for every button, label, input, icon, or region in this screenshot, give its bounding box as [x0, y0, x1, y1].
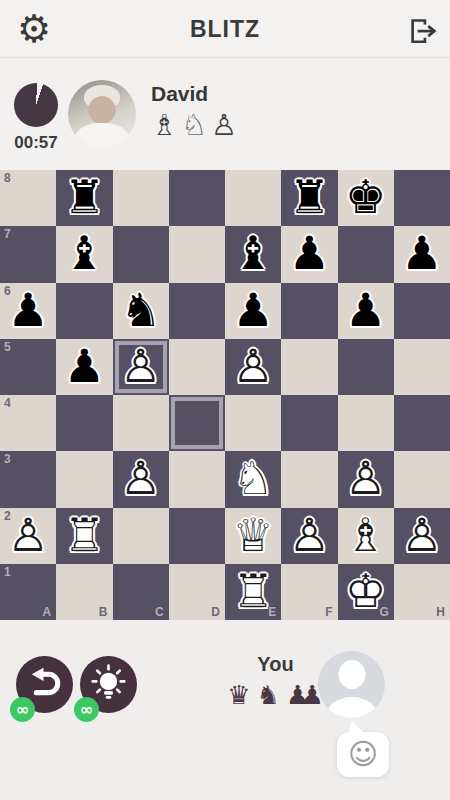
square-b3[interactable] [56, 451, 112, 507]
square-d7[interactable] [169, 226, 225, 282]
square-a5[interactable]: 5 [0, 339, 56, 395]
square-c3[interactable]: ♟♙ [113, 451, 169, 507]
page-title: BLITZ [0, 0, 450, 58]
opponent-clock-block: 00:57 [11, 83, 61, 153]
black-bishop-piece: ♝ [56, 226, 112, 282]
black-bishop-piece: ♝ [225, 226, 281, 282]
square-g4[interactable] [338, 395, 394, 451]
square-f5[interactable] [281, 339, 337, 395]
square-e2[interactable]: ♛♕ [225, 508, 281, 564]
black-pawn-piece: ♟ [281, 226, 337, 282]
square-e5[interactable]: ♟♙ [225, 339, 281, 395]
white-pawn-piece: ♟♙ [225, 339, 281, 395]
square-h8[interactable] [394, 170, 450, 226]
player-captured-pieces: ♛♞♟♟ [218, 682, 333, 708]
square-b2[interactable]: ♜♖ [56, 508, 112, 564]
file-label: C [155, 605, 164, 619]
square-b6[interactable] [56, 283, 112, 339]
square-e4[interactable] [225, 395, 281, 451]
timer-icon [14, 83, 58, 127]
rank-label: 7 [4, 227, 11, 241]
square-h2[interactable]: ♟♙ [394, 508, 450, 564]
chess-board[interactable]: 8♜♜♚7♝♝♟♟6♟♞♟♟5♟♟♙♟♙43♟♙♞♘♟♙2♟♙♜♖♛♕♟♙♝♗♟… [0, 170, 450, 620]
rank-label: 4 [4, 396, 11, 410]
square-c2[interactable] [113, 508, 169, 564]
square-b7[interactable]: ♝ [56, 226, 112, 282]
square-g2[interactable]: ♝♗ [338, 508, 394, 564]
square-g5[interactable] [338, 339, 394, 395]
square-h6[interactable] [394, 283, 450, 339]
square-g3[interactable]: ♟♙ [338, 451, 394, 507]
square-d2[interactable] [169, 508, 225, 564]
undo-infinite-badge: ∞ [10, 697, 35, 722]
square-f6[interactable] [281, 283, 337, 339]
square-f4[interactable] [281, 395, 337, 451]
black-pawn-piece: ♟ [338, 283, 394, 339]
square-c8[interactable] [113, 170, 169, 226]
file-label: A [43, 605, 52, 619]
white-rook-piece: ♜♖ [56, 508, 112, 564]
square-d1[interactable]: D [169, 564, 225, 620]
black-rook-piece: ♜ [56, 170, 112, 226]
white-pawn-piece: ♟♙ [113, 339, 169, 395]
opponent-panel: 00:57 David ♗♘♙ [0, 58, 450, 170]
file-label: H [436, 605, 445, 619]
hint-button[interactable]: ∞ [80, 656, 137, 713]
white-pawn-piece: ♟♙ [394, 508, 450, 564]
file-label: E [268, 605, 276, 619]
square-h5[interactable] [394, 339, 450, 395]
square-c1[interactable]: C [113, 564, 169, 620]
square-a7[interactable]: 7 [0, 226, 56, 282]
square-a3[interactable]: 3 [0, 451, 56, 507]
file-label: B [99, 605, 108, 619]
square-c6[interactable]: ♞ [113, 283, 169, 339]
opponent-name: David [151, 82, 241, 106]
avatar-photo-detail [89, 96, 116, 124]
square-d4[interactable] [169, 395, 225, 451]
rank-label: 2 [4, 509, 11, 523]
square-b1[interactable]: B [56, 564, 112, 620]
player-block: You ♛♞♟♟ [218, 653, 333, 708]
rank-label: 6 [4, 284, 11, 298]
file-label: F [325, 605, 332, 619]
captured-queen: ♛ [227, 680, 250, 710]
white-queen-piece: ♛♕ [225, 508, 281, 564]
opponent-avatar [68, 80, 136, 148]
square-f8[interactable]: ♜ [281, 170, 337, 226]
square-d8[interactable] [169, 170, 225, 226]
rank-label: 1 [4, 565, 11, 579]
square-e3[interactable]: ♞♘ [225, 451, 281, 507]
black-pawn-piece: ♟ [56, 339, 112, 395]
square-b4[interactable] [56, 395, 112, 451]
player-avatar [318, 651, 385, 718]
opponent-info: David ♗♘♙ [151, 82, 241, 140]
white-pawn-piece: ♟♙ [281, 508, 337, 564]
white-knight-piece: ♞♘ [225, 451, 281, 507]
avatar-silhouette [326, 697, 378, 718]
rank-label: 8 [4, 171, 11, 185]
chat-emoji-button[interactable]: ☺ [337, 732, 389, 777]
black-pawn-piece: ♟ [394, 226, 450, 282]
file-label: G [379, 605, 388, 619]
white-pawn-piece: ♟♙ [338, 451, 394, 507]
square-d6[interactable] [169, 283, 225, 339]
square-e8[interactable] [225, 170, 281, 226]
square-g8[interactable]: ♚ [338, 170, 394, 226]
square-b8[interactable]: ♜ [56, 170, 112, 226]
player-label: You [218, 653, 333, 676]
square-a1[interactable]: 1A [0, 564, 56, 620]
square-a2[interactable]: 2♟♙ [0, 508, 56, 564]
square-a4[interactable]: 4 [0, 395, 56, 451]
smiley-icon: ☺ [348, 737, 378, 771]
hint-infinite-badge: ∞ [74, 697, 99, 722]
undo-button[interactable]: ∞ [16, 656, 73, 713]
square-a6[interactable]: 6♟ [0, 283, 56, 339]
white-pawn-piece: ♟♙ [113, 451, 169, 507]
white-bishop-piece: ♝♗ [338, 508, 394, 564]
square-a8[interactable]: 8 [0, 170, 56, 226]
square-h7[interactable]: ♟ [394, 226, 450, 282]
opponent-clock: 00:57 [11, 133, 61, 153]
top-bar: ⚙ BLITZ [0, 0, 450, 58]
square-g1[interactable]: G♚♔ [338, 564, 394, 620]
black-rook-piece: ♜ [281, 170, 337, 226]
black-knight-piece: ♞ [113, 283, 169, 339]
square-f1[interactable]: F [281, 564, 337, 620]
opponent-captured-pieces: ♗♘♙ [151, 111, 241, 140]
square-d3[interactable] [169, 451, 225, 507]
square-e7[interactable]: ♝ [225, 226, 281, 282]
square-h3[interactable] [394, 451, 450, 507]
black-king-piece: ♚ [338, 170, 394, 226]
square-g7[interactable] [338, 226, 394, 282]
square-h4[interactable] [394, 395, 450, 451]
captured-knight: ♞ [257, 680, 280, 710]
square-h1[interactable]: H [394, 564, 450, 620]
avatar-photo-detail [75, 123, 129, 148]
bottom-panel: ∞ ∞ You ♛♞♟♟ ☺ [0, 620, 450, 800]
square-d5[interactable] [169, 339, 225, 395]
square-f2[interactable]: ♟♙ [281, 508, 337, 564]
gear-icon: ⚙ [17, 7, 51, 51]
settings-button[interactable]: ⚙ [12, 7, 56, 51]
square-f3[interactable] [281, 451, 337, 507]
file-label: D [211, 605, 220, 619]
square-f7[interactable]: ♟ [281, 226, 337, 282]
black-pawn-piece: ♟ [225, 283, 281, 339]
avatar-silhouette [338, 660, 365, 689]
square-c4[interactable] [113, 395, 169, 451]
square-e6[interactable]: ♟ [225, 283, 281, 339]
square-b5[interactable]: ♟ [56, 339, 112, 395]
rank-label: 5 [4, 340, 11, 354]
square-c7[interactable] [113, 226, 169, 282]
square-e1[interactable]: E♜♖ [225, 564, 281, 620]
logout-icon [402, 11, 440, 49]
exit-button[interactable] [402, 11, 440, 49]
captured-pawns: ♟♟ [286, 680, 315, 710]
square-c5[interactable]: ♟♙ [113, 339, 169, 395]
square-g6[interactable]: ♟ [338, 283, 394, 339]
rank-label: 3 [4, 452, 11, 466]
